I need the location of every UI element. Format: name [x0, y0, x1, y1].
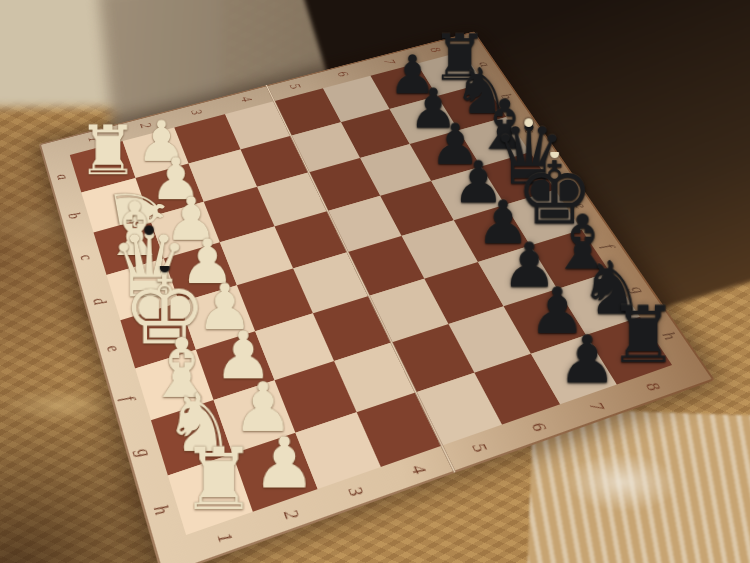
chess-board: ♜♟♟♜♞♟♟♞♝♟♟♝♛♟♟♛♚♟♟♚♝♟♟♝♞♟♟♞♜♟♟♜ 1122334… [39, 31, 715, 563]
piece-black-rook-a8: ♜ [431, 27, 488, 87]
black-bishop-glyph: ♝ [549, 206, 617, 278]
piece-black-bishop-f8: ♝ [549, 206, 617, 278]
black-pawn-glyph: ♟ [502, 236, 558, 295]
photo-frame: ♜♟♟♜♞♟♟♞♝♟♟♝♛♟♟♛♚♟♟♚♝♟♟♝♞♟♟♞♜♟♟♜ 1122334… [0, 0, 750, 563]
black-rook-glyph: ♜ [431, 27, 488, 87]
cream-finial-tip [525, 119, 534, 128]
cream-finial-tip [550, 150, 559, 159]
piece-black-pawn-f7: ♟ [502, 236, 558, 295]
square-h1: ♜ [168, 454, 253, 535]
board-grid: ♜♟♟♜♞♟♟♞♝♟♟♝♛♟♟♛♚♟♟♚♝♟♟♝♞♟♟♞♜♟♟♜ [70, 52, 672, 535]
board-scene: ♜♟♟♜♞♟♟♞♝♟♟♝♛♟♟♛♚♟♟♚♝♟♟♝♞♟♟♞♜♟♟♜ 1122334… [0, 0, 750, 563]
